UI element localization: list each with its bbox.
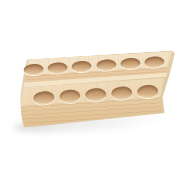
pit-front-4[interactable] — [110, 86, 132, 100]
pit-front-2[interactable] — [58, 89, 80, 103]
pit-front-1[interactable] — [33, 91, 55, 105]
product-photo-canvas — [0, 0, 192, 192]
mancala-board — [18, 50, 180, 130]
pit-front-3[interactable] — [84, 88, 106, 102]
pit-back-2[interactable] — [47, 62, 68, 74]
pit-front-5[interactable] — [136, 84, 158, 98]
pit-back-1[interactable] — [23, 63, 44, 75]
pit-back-4[interactable] — [96, 59, 117, 71]
pit-back-6[interactable] — [144, 56, 165, 68]
pit-back-3[interactable] — [72, 60, 93, 72]
pit-back-5[interactable] — [120, 57, 141, 69]
